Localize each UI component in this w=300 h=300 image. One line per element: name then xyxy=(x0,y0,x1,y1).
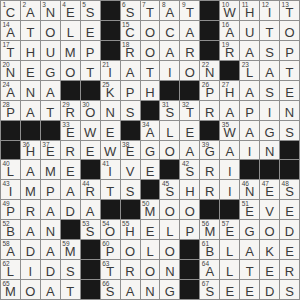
cell-r10c8[interactable]: O xyxy=(160,200,179,219)
cell-r14c0[interactable]: 65M xyxy=(1,280,20,299)
cell-letter: O xyxy=(160,245,179,258)
cell-r4c7[interactable]: H xyxy=(141,81,160,100)
cell-r3c6[interactable]: A xyxy=(121,61,140,80)
cell-letter: G xyxy=(160,285,179,298)
cell-r13c0[interactable]: 62L xyxy=(1,260,20,279)
cell-letter: M xyxy=(61,46,80,59)
cell-r12c5[interactable]: 60P xyxy=(101,240,120,259)
block-cell-r5c7 xyxy=(141,101,160,120)
cell-r13c1[interactable]: I xyxy=(21,260,40,279)
cell-r10c9[interactable]: O xyxy=(180,200,199,219)
cell-letter: O xyxy=(61,66,80,79)
cell-letter: T xyxy=(280,6,299,19)
cell-letter: I xyxy=(1,185,20,198)
block-cell-r8c12 xyxy=(240,160,259,179)
cell-r10c4[interactable]: A xyxy=(81,200,100,219)
cell-r12c1[interactable]: D xyxy=(21,240,40,259)
block-cell-r4c8 xyxy=(160,81,179,100)
cell-r14c5[interactable]: 66S xyxy=(101,280,120,299)
cell-r8c10[interactable]: R xyxy=(200,160,219,179)
cell-letter: N xyxy=(160,265,179,278)
cell-letter: N xyxy=(41,225,60,238)
cell-r14c14[interactable]: S xyxy=(280,280,299,299)
cell-letter: P xyxy=(280,46,299,59)
cell-r8c0[interactable]: 40L xyxy=(1,160,20,179)
cell-r5c2[interactable]: T xyxy=(41,101,60,120)
cell-r14c3[interactable]: T xyxy=(61,280,80,299)
cell-letter: A xyxy=(61,185,80,198)
cell-r13c12[interactable]: T xyxy=(240,260,259,279)
cell-letter: A xyxy=(220,26,239,39)
cell-r9c9[interactable]: H xyxy=(180,180,199,199)
cell-r10c2[interactable]: A xyxy=(41,200,60,219)
cell-letter: I xyxy=(260,6,279,19)
cell-r6c13[interactable]: G xyxy=(260,121,279,140)
cell-letter: W xyxy=(101,145,120,158)
cell-r9c11[interactable]: I xyxy=(220,180,239,199)
cell-letter: H xyxy=(121,225,140,238)
cell-letter: S xyxy=(260,86,279,99)
cell-r5c10[interactable]: R xyxy=(200,101,219,120)
cell-r3c2[interactable]: G xyxy=(41,61,60,80)
block-cell-r2c10 xyxy=(200,41,219,60)
cell-r1c7[interactable]: O xyxy=(141,21,160,40)
cell-letter: D xyxy=(61,205,80,218)
cell-r5c13[interactable]: I xyxy=(260,101,279,120)
cell-r0c0[interactable]: 1C xyxy=(1,1,20,20)
block-cell-r14c4 xyxy=(81,280,100,299)
cell-r9c5[interactable]: T xyxy=(101,180,120,199)
cell-letter: S xyxy=(260,46,279,59)
cell-letter: U xyxy=(41,46,60,59)
cell-letter: H xyxy=(21,145,40,158)
cell-r11c9[interactable]: P xyxy=(180,220,199,239)
cell-letter: M xyxy=(21,185,40,198)
cell-letter: A xyxy=(21,106,40,119)
cell-letter: E xyxy=(81,145,100,158)
block-cell-r6c6 xyxy=(121,121,140,140)
cell-letter: O xyxy=(160,145,179,158)
cell-r7c2[interactable]: 37E xyxy=(41,141,60,160)
cell-r4c1[interactable]: N xyxy=(21,81,40,100)
cell-letter: H xyxy=(141,86,160,99)
cell-r13c8[interactable]: N xyxy=(160,260,179,279)
cell-r1c1[interactable]: T xyxy=(21,21,40,40)
cell-letter: O xyxy=(260,225,279,238)
cell-r4c14[interactable]: E xyxy=(280,81,299,100)
cell-r14c2[interactable]: A xyxy=(41,280,60,299)
cell-r11c13[interactable]: O xyxy=(260,220,279,239)
cell-r0c6[interactable]: 6S xyxy=(121,1,140,20)
cell-r11c8[interactable]: L xyxy=(160,220,179,239)
cell-r2c0[interactable]: 17T xyxy=(1,41,20,60)
cell-r7c11[interactable]: A xyxy=(220,141,239,160)
cell-r12c3[interactable]: 59M xyxy=(61,240,80,259)
cell-r12c6[interactable]: O xyxy=(121,240,140,259)
block-cell-r1c10 xyxy=(200,21,219,40)
cell-r7c13[interactable]: N xyxy=(260,141,279,160)
cell-r9c13[interactable]: 47E xyxy=(260,180,279,199)
cell-r11c14[interactable]: D xyxy=(280,220,299,239)
cell-r11c5[interactable]: 54O xyxy=(101,220,120,239)
cell-r5c14[interactable]: N xyxy=(280,101,299,120)
cell-r6c7[interactable]: 34A xyxy=(141,121,160,140)
cell-r13c11[interactable]: L xyxy=(220,260,239,279)
cell-r8c1[interactable]: A xyxy=(21,160,40,179)
cell-letter: G xyxy=(200,145,219,158)
cell-letter: A xyxy=(180,145,199,158)
cell-r7c5[interactable]: W xyxy=(101,141,120,160)
cell-r1c12[interactable]: U xyxy=(240,21,259,40)
cell-letter: A xyxy=(41,205,60,218)
cell-r8c2[interactable]: M xyxy=(41,160,60,179)
cell-r1c14[interactable]: O xyxy=(280,21,299,40)
cell-r3c13[interactable]: A xyxy=(260,61,279,80)
cell-r11c12[interactable]: G xyxy=(240,220,259,239)
cell-letter: A xyxy=(21,6,40,19)
cell-r10c7[interactable]: 50M xyxy=(141,200,160,219)
cell-letter: R xyxy=(200,185,219,198)
cell-r14c10[interactable]: 67S xyxy=(200,280,219,299)
cell-r10c14[interactable]: E xyxy=(280,200,299,219)
cell-letter: E xyxy=(141,225,160,238)
cell-r12c0[interactable]: 58A xyxy=(1,240,20,259)
cell-r14c7[interactable]: N xyxy=(141,280,160,299)
cell-r6c11[interactable]: 35W xyxy=(220,121,239,140)
cell-r11c1[interactable]: A xyxy=(21,220,40,239)
cell-letter: T xyxy=(141,66,160,79)
cell-letter: I xyxy=(220,165,239,178)
cell-r3c0[interactable]: 20N xyxy=(1,61,20,80)
cell-r11c6[interactable]: 55H xyxy=(121,220,140,239)
block-cell-r8c14 xyxy=(280,160,299,179)
block-cell-r3c11 xyxy=(220,61,239,80)
cell-letter: N xyxy=(260,145,279,158)
block-cell-r6c1 xyxy=(21,121,40,140)
cell-r0c7[interactable]: 7T xyxy=(141,1,160,20)
cell-r4c0[interactable]: 24A xyxy=(1,81,20,100)
block-cell-r8c13 xyxy=(260,160,279,179)
cell-r7c4[interactable]: E xyxy=(81,141,100,160)
cell-r13c10[interactable]: 64A xyxy=(200,260,219,279)
cell-r6c8[interactable]: L xyxy=(160,121,179,140)
cell-r4c10[interactable]: 26P xyxy=(200,81,219,100)
cell-r9c4[interactable]: 44R xyxy=(81,180,100,199)
cell-r4c12[interactable]: A xyxy=(240,81,259,100)
cell-r12c11[interactable]: L xyxy=(220,240,239,259)
cell-r1c11[interactable]: 16A xyxy=(220,21,239,40)
cell-r12c7[interactable]: L xyxy=(141,240,160,259)
cell-r10c3[interactable]: D xyxy=(61,200,80,219)
cell-letter: A xyxy=(41,285,60,298)
cell-r5c8[interactable]: 31S xyxy=(160,101,179,120)
cell-letter: O xyxy=(160,205,179,218)
cell-r11c11[interactable]: 57E xyxy=(220,220,239,239)
cell-letter: E xyxy=(41,145,60,158)
block-cell-r1c5 xyxy=(101,21,120,40)
cell-r8c6[interactable]: V xyxy=(121,160,140,179)
cell-r0c14[interactable]: 13T xyxy=(280,1,299,20)
cell-r4c5[interactable]: 25K xyxy=(101,81,120,100)
cell-letter: E xyxy=(61,6,80,19)
cell-r0c8[interactable]: 8A xyxy=(160,1,179,20)
cell-letter: I xyxy=(101,66,120,79)
block-cell-r6c2 xyxy=(41,121,60,140)
cell-r9c8[interactable]: 45S xyxy=(160,180,179,199)
cell-r14c8[interactable]: G xyxy=(160,280,179,299)
cell-letter: O xyxy=(21,285,40,298)
cell-r12c2[interactable]: A xyxy=(41,240,60,259)
cell-letter: E xyxy=(240,205,259,218)
cell-r4c11[interactable]: 27H xyxy=(220,81,239,100)
cell-r1c0[interactable]: 14A xyxy=(1,21,20,40)
cell-letter: A xyxy=(121,285,140,298)
cell-r3c3[interactable]: O xyxy=(61,61,80,80)
cell-letter: T xyxy=(260,26,279,39)
cell-letter: I xyxy=(21,265,40,278)
cell-letter: T xyxy=(180,6,199,19)
cell-letter: L xyxy=(141,245,160,258)
block-cell-r8c4 xyxy=(81,160,100,179)
cell-r6c3[interactable]: 33E xyxy=(61,121,80,140)
cell-letter: S xyxy=(121,106,140,119)
cell-letter: S xyxy=(280,285,299,298)
cell-r13c3[interactable]: S xyxy=(61,260,80,279)
cell-r2c6[interactable]: 18R xyxy=(121,41,140,60)
cell-letter: H xyxy=(21,46,40,59)
cell-letter: E xyxy=(240,285,259,298)
cell-r3c7[interactable]: T xyxy=(141,61,160,80)
cell-r4c2[interactable]: A xyxy=(41,81,60,100)
cell-letter: I xyxy=(220,185,239,198)
cell-r5c5[interactable]: N xyxy=(101,101,120,120)
cell-r2c2[interactable]: U xyxy=(41,41,60,60)
cell-r12c12[interactable]: A xyxy=(240,240,259,259)
cell-r8c3[interactable]: E xyxy=(61,160,80,179)
cell-r9c0[interactable]: 43I xyxy=(1,180,20,199)
cell-letter: T xyxy=(21,26,40,39)
cell-r7c10[interactable]: 39G xyxy=(200,141,219,160)
cell-r7c6[interactable]: 38E xyxy=(121,141,140,160)
cell-r2c14[interactable]: P xyxy=(280,41,299,60)
cell-r1c6[interactable]: 15C xyxy=(121,21,140,40)
cell-r2c9[interactable]: R xyxy=(180,41,199,60)
cell-letter: C xyxy=(121,26,140,39)
cell-letter: S xyxy=(121,6,140,19)
cell-r1c9[interactable]: A xyxy=(180,21,199,40)
cell-r13c13[interactable]: E xyxy=(260,260,279,279)
cell-r9c1[interactable]: M xyxy=(21,180,40,199)
cell-letter: D xyxy=(280,225,299,238)
cell-r3c5[interactable]: 21I xyxy=(101,61,120,80)
cell-letter: T xyxy=(101,185,120,198)
cell-letter: P xyxy=(1,106,20,119)
cell-r12c14[interactable]: E xyxy=(280,240,299,259)
cell-r3c14[interactable]: T xyxy=(280,61,299,80)
cell-letter: R xyxy=(81,185,100,198)
cell-letter: A xyxy=(41,245,60,258)
cell-r7c12[interactable]: I xyxy=(240,141,259,160)
cell-r9c14[interactable]: 48S xyxy=(280,180,299,199)
block-cell-r11c3 xyxy=(61,220,80,239)
block-cell-r13c9 xyxy=(180,260,199,279)
cell-letter: T xyxy=(101,265,120,278)
cell-letter: P xyxy=(101,245,120,258)
cell-r13c5[interactable]: 63T xyxy=(101,260,120,279)
cell-r2c11[interactable]: 19R xyxy=(220,41,239,60)
cell-r12c13[interactable]: K xyxy=(260,240,279,259)
cell-r8c9[interactable]: 42S xyxy=(180,160,199,179)
cell-r14c1[interactable]: O xyxy=(21,280,40,299)
block-cell-r4c9 xyxy=(180,81,199,100)
cell-r3c10[interactable]: 22N xyxy=(200,61,219,80)
cell-r1c4[interactable]: E xyxy=(81,21,100,40)
cell-r12c10[interactable]: 61B xyxy=(200,240,219,259)
cell-r2c3[interactable]: M xyxy=(61,41,80,60)
cell-r2c7[interactable]: O xyxy=(141,41,160,60)
cell-r9c2[interactable]: P xyxy=(41,180,60,199)
block-cell-r8c8 xyxy=(160,160,179,179)
cell-r5c4[interactable]: 30O xyxy=(81,101,100,120)
cell-r5c11[interactable]: A xyxy=(220,101,239,120)
cell-r8c5[interactable]: 41I xyxy=(101,160,120,179)
cell-r1c13[interactable]: T xyxy=(260,21,279,40)
cell-letter: O xyxy=(121,245,140,258)
cell-r7c9[interactable]: A xyxy=(180,141,199,160)
cell-r4c13[interactable]: S xyxy=(260,81,279,100)
cell-r1c3[interactable]: L xyxy=(61,21,80,40)
cell-r13c6[interactable]: R xyxy=(121,260,140,279)
cell-letter: A xyxy=(121,66,140,79)
cell-letter: G xyxy=(141,145,160,158)
cell-r1c8[interactable]: C xyxy=(160,21,179,40)
cell-r14c6[interactable]: A xyxy=(121,280,140,299)
cell-r1c2[interactable]: O xyxy=(41,21,60,40)
cell-letter: P xyxy=(240,106,259,119)
cell-r7c7[interactable]: G xyxy=(141,141,160,160)
cell-r6c4[interactable]: W xyxy=(81,121,100,140)
cell-r0c2[interactable]: 3N xyxy=(41,1,60,20)
cell-r5c3[interactable]: 29R xyxy=(61,101,80,120)
cell-r7c8[interactable]: O xyxy=(160,141,179,160)
cell-letter: O xyxy=(180,66,199,79)
cell-r3c8[interactable]: I xyxy=(160,61,179,80)
cell-r2c1[interactable]: H xyxy=(21,41,40,60)
cell-letter: T xyxy=(41,106,60,119)
cell-r12c8[interactable]: O xyxy=(160,240,179,259)
cell-r11c2[interactable]: N xyxy=(41,220,60,239)
cell-letter: E xyxy=(280,86,299,99)
cell-letter: A xyxy=(240,245,259,258)
cell-letter: E xyxy=(121,145,140,158)
cell-r5c12[interactable]: P xyxy=(240,101,259,120)
cell-r5c1[interactable]: A xyxy=(21,101,40,120)
cell-r3c12[interactable]: 23L xyxy=(240,61,259,80)
cell-r2c4[interactable]: P xyxy=(81,41,100,60)
cell-r0c11[interactable]: 10W xyxy=(220,1,239,20)
cell-letter: H xyxy=(180,185,199,198)
block-cell-r0c5 xyxy=(101,1,120,20)
cell-r7c3[interactable]: R xyxy=(61,141,80,160)
cell-r9c12[interactable]: 46N xyxy=(240,180,259,199)
cell-letter: S xyxy=(160,185,179,198)
cell-r0c9[interactable]: 9T xyxy=(180,1,199,20)
cell-r0c13[interactable]: 12I xyxy=(260,1,279,20)
cell-r13c7[interactable]: O xyxy=(141,260,160,279)
cell-r5c9[interactable]: 32T xyxy=(180,101,199,120)
cell-r0c1[interactable]: 2A xyxy=(21,1,40,20)
cell-r2c8[interactable]: A xyxy=(160,41,179,60)
cell-r3c9[interactable]: O xyxy=(180,61,199,80)
cell-r10c1[interactable]: R xyxy=(21,200,40,219)
cell-r14c11[interactable]: E xyxy=(220,280,239,299)
cell-letter: S xyxy=(280,185,299,198)
cell-letter: N xyxy=(200,66,219,79)
cell-r6c5[interactable]: E xyxy=(101,121,120,140)
cell-r3c1[interactable]: E xyxy=(21,61,40,80)
cell-r10c0[interactable]: 49P xyxy=(1,200,20,219)
cell-letter: D xyxy=(260,285,279,298)
cell-r9c10[interactable]: R xyxy=(200,180,219,199)
cell-letter: M xyxy=(141,205,160,218)
block-cell-r6c0 xyxy=(1,121,20,140)
cell-r6c9[interactable]: E xyxy=(180,121,199,140)
cell-r0c4[interactable]: 5S xyxy=(81,1,100,20)
cell-r11c10[interactable]: 56M xyxy=(200,220,219,239)
cell-letter: A xyxy=(220,145,239,158)
cell-letter: E xyxy=(280,205,299,218)
cell-r11c4[interactable]: 53S xyxy=(81,220,100,239)
cell-r7c1[interactable]: 36H xyxy=(21,141,40,160)
cell-r8c7[interactable]: E xyxy=(141,160,160,179)
cell-r4c6[interactable]: P xyxy=(121,81,140,100)
cell-r0c3[interactable]: 4E xyxy=(61,1,80,20)
cell-letter: G xyxy=(240,225,259,238)
cell-r10c13[interactable]: V xyxy=(260,200,279,219)
cell-letter: P xyxy=(121,86,140,99)
cell-r14c13[interactable]: D xyxy=(260,280,279,299)
cell-r2c12[interactable]: A xyxy=(240,41,259,60)
cell-r5c6[interactable]: S xyxy=(121,101,140,120)
cell-letter: T xyxy=(280,66,299,79)
cell-letter: E xyxy=(260,185,279,198)
cell-letter: R xyxy=(121,46,140,59)
cell-letter: L xyxy=(220,245,239,258)
cell-r11c7[interactable]: E xyxy=(141,220,160,239)
cell-r8c11[interactable]: I xyxy=(220,160,239,179)
cell-r3c4[interactable]: T xyxy=(81,61,100,80)
cell-r2c13[interactable]: S xyxy=(260,41,279,60)
cell-r0c12[interactable]: 11H xyxy=(240,1,259,20)
cell-letter: C xyxy=(160,26,179,39)
cell-r9c3[interactable]: A xyxy=(61,180,80,199)
cell-letter: M xyxy=(200,225,219,238)
cell-r13c2[interactable]: D xyxy=(41,260,60,279)
cell-r14c12[interactable]: E xyxy=(240,280,259,299)
cell-letter: N xyxy=(21,86,40,99)
cell-letter: E xyxy=(220,285,239,298)
cell-r6c12[interactable]: A xyxy=(240,121,259,140)
cell-letter: L xyxy=(220,265,239,278)
cell-r9c6[interactable]: S xyxy=(121,180,140,199)
cell-r5c0[interactable]: 28P xyxy=(1,101,20,120)
cell-r11c0[interactable]: 52B xyxy=(1,220,20,239)
cell-r10c12[interactable]: 51E xyxy=(240,200,259,219)
cell-letter: M xyxy=(61,245,80,258)
cell-r13c14[interactable]: R xyxy=(280,260,299,279)
cell-r6c14[interactable]: S xyxy=(280,121,299,140)
cell-letter: I xyxy=(240,145,259,158)
